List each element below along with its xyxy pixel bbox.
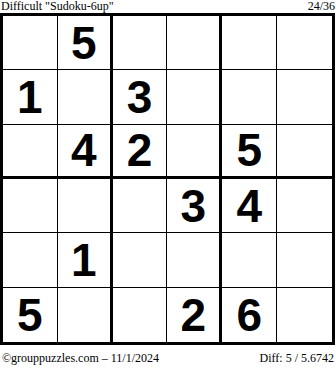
cell-r6c3[interactable] [113, 288, 168, 342]
cell-r4c5: 4 [222, 179, 277, 233]
cell-r1c1[interactable] [3, 16, 58, 70]
cell-r6c2[interactable] [58, 288, 113, 342]
cell-r2c2[interactable] [58, 70, 113, 124]
cell-r1c6[interactable] [277, 16, 332, 70]
cell-r4c6[interactable] [277, 179, 332, 233]
cell-r6c1: 5 [3, 288, 58, 342]
footer: ©grouppuzzles.com – 11/1/2024 Diff: 5 / … [0, 345, 336, 365]
puzzle-page: Difficult "Sudoku-6up" 24/36 51342534152… [0, 0, 336, 370]
cell-r4c1[interactable] [3, 179, 58, 233]
cell-r3c3: 2 [113, 125, 168, 179]
cell-r1c5[interactable] [222, 16, 277, 70]
cell-r5c6[interactable] [277, 233, 332, 287]
cell-r5c1[interactable] [3, 233, 58, 287]
cell-r5c4[interactable] [167, 233, 222, 287]
cells-remaining-counter: 24/36 [308, 0, 335, 12]
difficulty-rating: Diff: 5 / 5.6742 [260, 352, 334, 365]
copyright-date: ©grouppuzzles.com – 11/1/2024 [2, 352, 159, 365]
sudoku-board: 513425341526 [0, 13, 335, 345]
cell-r2c6[interactable] [277, 70, 332, 124]
header: Difficult "Sudoku-6up" 24/36 [0, 0, 336, 13]
cell-r3c6[interactable] [277, 125, 332, 179]
cell-r1c2: 5 [58, 16, 113, 70]
cell-r3c5: 5 [222, 125, 277, 179]
cell-r3c2: 4 [58, 125, 113, 179]
cell-r6c4: 2 [167, 288, 222, 342]
cell-r5c3[interactable] [113, 233, 168, 287]
cell-r2c1: 1 [3, 70, 58, 124]
cell-r6c5: 6 [222, 288, 277, 342]
cell-r2c5[interactable] [222, 70, 277, 124]
cell-r3c1[interactable] [3, 125, 58, 179]
cell-r4c2[interactable] [58, 179, 113, 233]
cell-r3c4[interactable] [167, 125, 222, 179]
cell-r2c3: 3 [113, 70, 168, 124]
cell-r1c3[interactable] [113, 16, 168, 70]
cell-r6c6[interactable] [277, 288, 332, 342]
cell-r1c4[interactable] [167, 16, 222, 70]
cell-r4c3[interactable] [113, 179, 168, 233]
puzzle-title: Difficult "Sudoku-6up" [1, 0, 114, 12]
cell-r5c5[interactable] [222, 233, 277, 287]
cell-r5c2: 1 [58, 233, 113, 287]
cell-r2c4[interactable] [167, 70, 222, 124]
cell-r4c4: 3 [167, 179, 222, 233]
